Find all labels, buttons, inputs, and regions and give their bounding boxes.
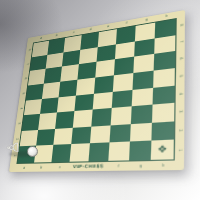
board-square[interactable] [71, 126, 91, 144]
board-square[interactable] [55, 111, 74, 129]
coordinate-label: 5 [175, 73, 185, 78]
board-square[interactable] [38, 113, 57, 130]
white-pawn-icon: ♙ [6, 140, 22, 154]
board-square[interactable] [57, 95, 76, 112]
board-square[interactable] [132, 87, 153, 106]
coordinate-label: e [93, 164, 103, 169]
coordinate-label: 1 [174, 148, 185, 152]
knight-diamond-logo-icon: ❖ [157, 145, 167, 156]
board-square[interactable] [153, 85, 175, 105]
board-square[interactable] [51, 144, 71, 162]
coordinate-label: 3 [175, 110, 186, 115]
coordinate-label: 2 [174, 129, 185, 134]
coordinate-label: f [113, 164, 124, 169]
coordinate-label: b [37, 165, 46, 169]
board-square[interactable] [70, 144, 90, 162]
board-square[interactable] [151, 121, 174, 141]
board-square[interactable] [73, 110, 93, 128]
coordinate-label: d [73, 165, 83, 169]
board-square[interactable] [129, 141, 151, 160]
board-square[interactable] [74, 93, 94, 111]
board-square[interactable] [53, 128, 73, 146]
board-square[interactable] [90, 125, 111, 143]
pawn-base [27, 146, 38, 157]
board-square[interactable] [108, 142, 130, 161]
board-square[interactable] [40, 97, 59, 114]
coordinate-label: c [55, 165, 65, 169]
board-square[interactable] [152, 103, 174, 123]
board-square[interactable] [130, 123, 152, 142]
board-square[interactable] [93, 91, 113, 109]
coordinate-label: a [20, 166, 29, 170]
board-square[interactable]: ❖ [151, 140, 174, 160]
coordinate-label: g [135, 163, 146, 168]
coordinate-label: 6 [175, 56, 185, 61]
board-square[interactable] [131, 105, 153, 124]
scene-background: ❖ abcdefgh abcdefgh 87654321 87654321 VI… [0, 0, 200, 200]
board-square[interactable] [109, 124, 130, 143]
board-square[interactable] [112, 89, 133, 108]
board-square[interactable] [88, 143, 109, 162]
coordinate-label: h [157, 163, 169, 168]
coordinate-label: 8 [176, 23, 186, 28]
board-square[interactable] [91, 108, 111, 126]
coordinate-label: 7 [176, 39, 186, 44]
lying-pawn[interactable]: ♙ [7, 140, 39, 160]
board-grid: ❖ [16, 18, 176, 164]
board-square[interactable] [111, 106, 132, 125]
coordinate-label: 4 [175, 91, 186, 96]
